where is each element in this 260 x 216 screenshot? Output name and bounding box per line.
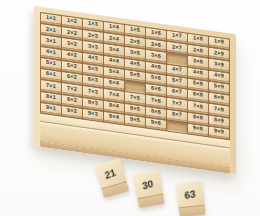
loose-cube-63-label: 63 xyxy=(184,187,196,200)
tile-7x5[interactable]: 7×5 xyxy=(125,92,145,105)
loose-cube-63[interactable]: 63 xyxy=(176,181,205,216)
tile-7x9[interactable]: 7×9 xyxy=(209,104,229,117)
loose-cube-63-front-face xyxy=(179,205,206,216)
tile-7x4[interactable]: 7×4 xyxy=(104,89,124,102)
loose-cube-30-label: 30 xyxy=(142,177,155,191)
loose-cube-21[interactable]: 21 xyxy=(95,158,129,198)
loose-cube-21-label: 21 xyxy=(104,166,118,181)
tile-7x8[interactable]: 7×8 xyxy=(188,101,208,114)
tile-7x1[interactable]: 7×1 xyxy=(41,80,61,93)
tile-7x3[interactable]: 7×3 xyxy=(83,86,103,99)
tile-7x6[interactable]: 7×6 xyxy=(146,95,166,108)
tile-7x2[interactable]: 7×2 xyxy=(62,83,82,96)
tray: 1×11×21×31×41×51×61×71×81×92×12×22×32×42… xyxy=(34,6,236,174)
photo-scene: 1×11×21×31×41×51×61×71×81×92×12×22×32×42… xyxy=(0,0,260,216)
loose-cube-30[interactable]: 30 xyxy=(133,170,165,208)
loose-cube-63-top: 63 xyxy=(176,181,204,208)
tile-7x7[interactable]: 7×7 xyxy=(167,98,187,111)
